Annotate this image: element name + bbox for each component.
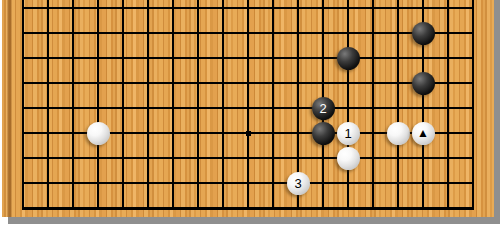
triangle-mark-icon: ▲ xyxy=(417,127,429,139)
stone-black-R6[interactable] xyxy=(412,72,435,95)
star-point-K4 xyxy=(246,131,251,136)
stone-black-N5[interactable]: 2 xyxy=(312,97,335,120)
move-number-label: 1 xyxy=(344,127,351,140)
stone-black-R8[interactable] xyxy=(412,22,435,45)
board-intersections: 2▲13 xyxy=(11,0,486,221)
stone-white-O4[interactable]: 1 xyxy=(337,122,360,145)
stone-white-D4[interactable] xyxy=(87,122,110,145)
stone-white-M2[interactable]: 3 xyxy=(287,172,310,195)
stone-white-Q4[interactable] xyxy=(387,122,410,145)
go-board[interactable]: 2▲13 xyxy=(2,0,494,217)
go-diagram: 2▲13 xyxy=(0,0,500,235)
stone-white-O3[interactable] xyxy=(337,147,360,170)
move-number-label: 3 xyxy=(294,177,301,190)
stone-black-N4[interactable] xyxy=(312,122,335,145)
stone-white-R4[interactable]: ▲ xyxy=(412,122,435,145)
stone-black-O7[interactable] xyxy=(337,47,360,70)
move-number-label: 2 xyxy=(319,102,326,115)
